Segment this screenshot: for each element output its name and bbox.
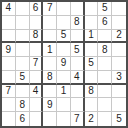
cell-r3c6[interactable] <box>71 30 85 44</box>
cell-r6c7[interactable] <box>85 71 99 85</box>
cell-r9c9-given[interactable]: 5 <box>112 112 126 126</box>
cell-r7c5-given[interactable]: 1 <box>57 85 71 99</box>
cell-r8c4-given[interactable]: 9 <box>43 98 57 112</box>
cell-r7c2[interactable] <box>16 85 30 99</box>
cell-r7c8[interactable] <box>98 85 112 99</box>
cell-r9c3[interactable] <box>30 112 44 126</box>
cell-r4c5[interactable] <box>57 43 71 57</box>
cell-r3c9-given[interactable]: 2 <box>112 30 126 44</box>
cell-r6c4-given[interactable]: 8 <box>43 71 57 85</box>
cell-r2c2[interactable] <box>16 16 30 30</box>
cell-r4c9[interactable] <box>112 43 126 57</box>
cell-r3c1[interactable] <box>2 30 16 44</box>
cell-r4c6-given[interactable]: 5 <box>71 43 85 57</box>
cell-r2c8-given[interactable]: 6 <box>98 16 112 30</box>
cell-r8c7[interactable] <box>85 98 99 112</box>
cell-r1c5[interactable] <box>57 2 71 16</box>
cell-r7c9[interactable] <box>112 85 126 99</box>
cell-r6c2-given[interactable]: 5 <box>16 71 30 85</box>
cell-r2c6-given[interactable]: 8 <box>71 16 85 30</box>
cell-r5c5-given[interactable]: 9 <box>57 57 71 71</box>
cell-r4c1-given[interactable]: 9 <box>2 43 16 57</box>
cell-r1c6[interactable] <box>71 2 85 16</box>
cell-r4c2[interactable] <box>16 43 30 57</box>
cell-r8c8[interactable] <box>98 98 112 112</box>
cell-r1c1-given[interactable]: 4 <box>2 2 16 16</box>
cell-r4c4-given[interactable]: 1 <box>43 43 57 57</box>
cell-r5c1[interactable] <box>2 57 16 71</box>
cell-r2c5[interactable] <box>57 16 71 30</box>
cell-r9c2-given[interactable]: 6 <box>16 112 30 126</box>
cell-r9c5[interactable] <box>57 112 71 126</box>
cell-r9c6-given[interactable]: 7 <box>71 112 85 126</box>
cell-r6c8[interactable] <box>98 71 112 85</box>
cell-r2c4[interactable] <box>43 16 57 30</box>
cell-r6c6-given[interactable]: 4 <box>71 71 85 85</box>
sudoku-board: 4675868512915879558437418896725 <box>0 0 128 128</box>
cell-r6c1[interactable] <box>2 71 16 85</box>
cell-r7c1-given[interactable]: 7 <box>2 85 16 99</box>
cell-r3c5-given[interactable]: 5 <box>57 30 71 44</box>
cell-r2c7[interactable] <box>85 16 99 30</box>
cell-r3c4[interactable] <box>43 30 57 44</box>
cell-r9c8[interactable] <box>98 112 112 126</box>
cell-r6c9-given[interactable]: 3 <box>112 71 126 85</box>
cell-r8c6[interactable] <box>71 98 85 112</box>
cell-r3c3-given[interactable]: 8 <box>30 30 44 44</box>
cell-r5c4[interactable] <box>43 57 57 71</box>
cell-r5c2[interactable] <box>16 57 30 71</box>
cell-r9c1[interactable] <box>2 112 16 126</box>
cell-r8c2-given[interactable]: 8 <box>16 98 30 112</box>
cell-r7c4[interactable] <box>43 85 57 99</box>
cell-r5c7-given[interactable]: 5 <box>85 57 99 71</box>
cell-r8c3[interactable] <box>30 98 44 112</box>
cell-r5c9[interactable] <box>112 57 126 71</box>
cell-r8c5[interactable] <box>57 98 71 112</box>
cell-r6c5[interactable] <box>57 71 71 85</box>
cell-r7c6[interactable] <box>71 85 85 99</box>
cell-r1c4-given[interactable]: 7 <box>43 2 57 16</box>
cell-r4c8-given[interactable]: 8 <box>98 43 112 57</box>
cell-r7c7-given[interactable]: 8 <box>85 85 99 99</box>
cell-r9c4[interactable] <box>43 112 57 126</box>
cell-r1c3-given[interactable]: 6 <box>30 2 44 16</box>
cell-r1c9[interactable] <box>112 2 126 16</box>
cell-r3c7-given[interactable]: 1 <box>85 30 99 44</box>
cell-r1c2[interactable] <box>16 2 30 16</box>
cell-r5c6[interactable] <box>71 57 85 71</box>
cell-r1c7[interactable] <box>85 2 99 16</box>
cell-r8c9[interactable] <box>112 98 126 112</box>
cell-r5c3-given[interactable]: 7 <box>30 57 44 71</box>
cell-r4c3[interactable] <box>30 43 44 57</box>
cell-r8c1[interactable] <box>2 98 16 112</box>
cell-r2c3[interactable] <box>30 16 44 30</box>
cell-r2c9[interactable] <box>112 16 126 30</box>
cell-r4c7[interactable] <box>85 43 99 57</box>
cell-r2c1[interactable] <box>2 16 16 30</box>
cell-r9c7-given[interactable]: 2 <box>85 112 99 126</box>
cell-r3c2[interactable] <box>16 30 30 44</box>
cell-r5c8[interactable] <box>98 57 112 71</box>
cell-r3c8[interactable] <box>98 30 112 44</box>
cell-r1c8-given[interactable]: 5 <box>98 2 112 16</box>
cell-r7c3-given[interactable]: 4 <box>30 85 44 99</box>
cell-r6c3[interactable] <box>30 71 44 85</box>
